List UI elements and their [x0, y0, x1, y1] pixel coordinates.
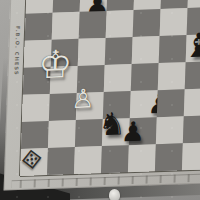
chess-board: F.B.O. CHESS ♟♝♔♙♟♞♟⚄	[0, 0, 200, 200]
square-e1	[128, 144, 156, 172]
square-a7	[26, 0, 54, 14]
square-a1: ⚄	[20, 148, 48, 176]
square-d1	[101, 145, 129, 173]
square-a5	[24, 40, 52, 68]
square-f5	[159, 35, 187, 63]
square-g5: ♝	[186, 34, 200, 62]
square-f3	[157, 89, 185, 117]
square-a6	[25, 13, 53, 41]
square-c5	[78, 38, 106, 66]
square-g1	[182, 142, 200, 170]
chessboard-photo: F.B.O. CHESS ♟♝♔♙♟♞♟⚄	[0, 0, 200, 200]
square-e3: ♟	[130, 90, 158, 118]
square-g4	[185, 61, 200, 89]
square-g3	[184, 88, 200, 116]
square-b4: ♔	[50, 66, 78, 94]
square-a2	[21, 121, 49, 149]
square-e6	[133, 9, 161, 37]
square-b6	[52, 12, 80, 40]
square-f4	[158, 62, 186, 90]
square-d3	[103, 91, 131, 119]
square-c6	[79, 11, 107, 39]
square-c3: ♙	[76, 92, 104, 120]
square-g6	[187, 7, 200, 35]
square-f6	[160, 8, 188, 36]
square-b2	[48, 120, 76, 148]
square-f1	[155, 143, 183, 171]
square-d4	[104, 64, 132, 92]
square-e2: ♟	[129, 117, 157, 145]
square-c2	[75, 119, 103, 147]
square-b7	[53, 0, 81, 13]
square-f2	[156, 116, 184, 144]
square-c1	[74, 146, 102, 174]
square-b1	[47, 147, 75, 175]
board-grid: ♟♝♔♙♟♞♟⚄	[20, 0, 200, 176]
square-a3	[22, 94, 50, 122]
square-e4	[131, 63, 159, 91]
partial-white-piece-bottom	[109, 189, 120, 200]
square-d6	[106, 10, 134, 38]
square-b5	[51, 39, 79, 67]
square-g2	[183, 115, 200, 143]
die: ⚄	[19, 147, 44, 172]
square-c4	[77, 65, 105, 93]
square-d2: ♞	[102, 118, 130, 146]
square-b3	[49, 93, 77, 121]
square-a4	[23, 67, 51, 95]
square-e5	[132, 36, 160, 64]
square-d5	[105, 37, 133, 65]
